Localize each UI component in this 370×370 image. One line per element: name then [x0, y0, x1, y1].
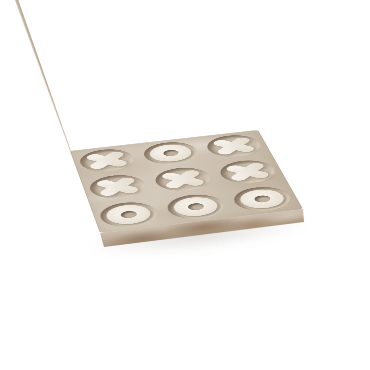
- piece-x: [91, 175, 145, 199]
- piece-o-hole: [186, 202, 204, 210]
- piece-o-hole: [162, 149, 179, 156]
- piece-x: [156, 167, 210, 191]
- piece-x: [81, 149, 133, 172]
- piece-o-hole: [253, 195, 272, 203]
- product-photo: [0, 0, 370, 370]
- piece-x: [207, 135, 260, 158]
- piece-o-hole: [119, 210, 137, 218]
- piece-x: [220, 160, 275, 184]
